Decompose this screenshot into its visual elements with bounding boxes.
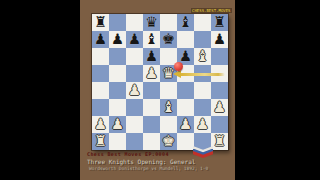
square-c2[interactable] [126, 116, 143, 133]
square-f1[interactable] [177, 133, 194, 150]
square-h8[interactable]: ♜ [211, 14, 228, 31]
square-a4[interactable] [92, 82, 109, 99]
square-d4[interactable] [143, 82, 160, 99]
black-rook: ♜ [211, 14, 228, 31]
square-d6[interactable]: ♟ [143, 48, 160, 65]
square-b2[interactable]: ♟ [109, 116, 126, 133]
square-f7[interactable] [177, 31, 194, 48]
square-d7[interactable]: ♝ [143, 31, 160, 48]
square-c6[interactable] [126, 48, 143, 65]
square-d5[interactable]: ♟ [143, 65, 160, 82]
square-b4[interactable] [109, 82, 126, 99]
white-bishop: ♝ [160, 99, 177, 116]
square-c8[interactable] [126, 14, 143, 31]
square-e2[interactable] [160, 116, 177, 133]
square-c3[interactable] [126, 99, 143, 116]
white-pawn: ♟ [143, 65, 160, 82]
square-c1[interactable] [126, 133, 143, 150]
square-f3[interactable] [177, 99, 194, 116]
square-a3[interactable] [92, 99, 109, 116]
white-pawn: ♟ [194, 116, 211, 133]
black-bishop: ♝ [177, 14, 194, 31]
white-rook: ♜ [92, 133, 109, 150]
square-b6[interactable] [109, 48, 126, 65]
square-a5[interactable] [92, 65, 109, 82]
white-pawn: ♟ [92, 116, 109, 133]
square-h7[interactable]: ♟ [211, 31, 228, 48]
black-pawn: ♟ [143, 48, 160, 65]
white-pawn: ♟ [109, 116, 126, 133]
square-c5[interactable] [126, 65, 143, 82]
square-g4[interactable] [194, 82, 211, 99]
square-c4[interactable]: ♟ [126, 82, 143, 99]
white-bishop: ♝ [194, 48, 211, 65]
black-king: ♚ [160, 31, 177, 48]
white-pawn: ♟ [211, 99, 228, 116]
episode-title: Chess Best Moves EP:0004 [87, 151, 169, 157]
game-players-result: Wordsworth Donisthorpe vs Mundell; 1892;… [89, 166, 208, 172]
square-e7[interactable]: ♚ [160, 31, 177, 48]
square-a8[interactable]: ♜ [92, 14, 109, 31]
square-g3[interactable] [194, 99, 211, 116]
square-d1[interactable] [143, 133, 160, 150]
black-pawn: ♟ [109, 31, 126, 48]
square-e3[interactable]: ♝ [160, 99, 177, 116]
square-h2[interactable] [211, 116, 228, 133]
square-e1[interactable]: ♚ [160, 133, 177, 150]
move-arrow [180, 73, 225, 76]
black-pawn: ♟ [126, 31, 143, 48]
square-c7[interactable]: ♟ [126, 31, 143, 48]
move-arrow-head-icon [173, 70, 181, 78]
square-b8[interactable] [109, 14, 126, 31]
square-d3[interactable] [143, 99, 160, 116]
white-king: ♚ [160, 133, 177, 150]
white-pawn: ♟ [126, 82, 143, 99]
square-g6[interactable]: ♝ [194, 48, 211, 65]
square-d8[interactable]: ♛ [143, 14, 160, 31]
square-e4[interactable] [160, 82, 177, 99]
square-h1[interactable]: ♜ [211, 133, 228, 150]
square-a2[interactable]: ♟ [92, 116, 109, 133]
chess-board: ♜♛♝♜♟♟♟♝♚♟♟♟♝♟♛♟♝♟♟♟♟♟♜♚♜ [92, 14, 228, 150]
chevron-badge-logo [193, 146, 213, 158]
black-bishop: ♝ [143, 31, 160, 48]
video-frame: CHESS.BEST.MOVES ♜♛♝♜♟♟♟♝♚♟♟♟♝♟♛♟♝♟♟♟♟♟♜… [0, 0, 320, 180]
square-a1[interactable]: ♜ [92, 133, 109, 150]
square-a7[interactable]: ♟ [92, 31, 109, 48]
letterbox-right [235, 0, 320, 180]
square-f2[interactable]: ♟ [177, 116, 194, 133]
square-g8[interactable] [194, 14, 211, 31]
white-pawn: ♟ [177, 116, 194, 133]
square-b7[interactable]: ♟ [109, 31, 126, 48]
square-h6[interactable] [211, 48, 228, 65]
square-a6[interactable] [92, 48, 109, 65]
black-pawn: ♟ [92, 31, 109, 48]
square-b5[interactable] [109, 65, 126, 82]
square-d2[interactable] [143, 116, 160, 133]
square-b1[interactable] [109, 133, 126, 150]
square-g2[interactable]: ♟ [194, 116, 211, 133]
opening-name: Three Knights Opening: General [87, 158, 195, 165]
square-h3[interactable]: ♟ [211, 99, 228, 116]
square-b3[interactable] [109, 99, 126, 116]
square-h4[interactable] [211, 82, 228, 99]
black-pawn: ♟ [211, 31, 228, 48]
letterbox-left [0, 0, 80, 180]
square-f8[interactable]: ♝ [177, 14, 194, 31]
square-g7[interactable] [194, 31, 211, 48]
black-rook: ♜ [92, 14, 109, 31]
black-queen: ♛ [143, 14, 160, 31]
square-f4[interactable] [177, 82, 194, 99]
square-e8[interactable] [160, 14, 177, 31]
white-rook: ♜ [211, 133, 228, 150]
alert-dot-icon [174, 62, 183, 71]
channel-watermark: CHESS.BEST.MOVES [191, 8, 232, 13]
